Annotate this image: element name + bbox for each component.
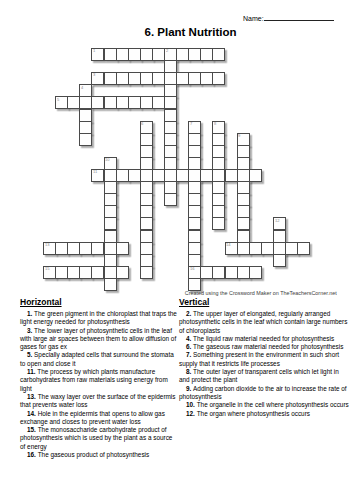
clue-2: 2. The upper layer of elongated, regular… bbox=[179, 310, 351, 335]
cell-number: 11 bbox=[93, 170, 97, 174]
cell-number: 13 bbox=[45, 243, 50, 247]
grid-cell bbox=[297, 242, 310, 255]
grid-cell bbox=[104, 278, 117, 291]
clue-number-label: 5. bbox=[27, 351, 34, 358]
clue-9: 9. Adding carbon dioxide to the air to i… bbox=[179, 385, 351, 402]
cell-number: 14 bbox=[226, 243, 231, 247]
clue-number-label: 16. bbox=[27, 451, 38, 458]
clue-6: 6. The gaseous raw material needed for p… bbox=[179, 343, 351, 351]
clue-number-label: 1. bbox=[27, 310, 34, 317]
clue-16: 16. The gaseous product of photosynthesi… bbox=[20, 451, 177, 459]
grid-cell bbox=[273, 254, 286, 267]
clue-13: 13. The waxy layer over the surface of t… bbox=[20, 393, 177, 410]
clue-number-label: 12. bbox=[186, 410, 197, 417]
clue-number-label: 3. bbox=[27, 327, 34, 334]
name-input-line bbox=[264, 13, 334, 21]
clue-1: 1. The green pigment in the chloroplast … bbox=[20, 310, 177, 327]
vertical-clues-list: 2. The upper layer of elongated, regular… bbox=[179, 310, 351, 418]
worksheet-page: Name: 6. Plant Nutrition 123456789101112… bbox=[0, 0, 353, 500]
grid-cell bbox=[249, 266, 262, 279]
grid-cell bbox=[116, 242, 129, 255]
cell-number: 15 bbox=[45, 267, 50, 271]
cell-number: 16 bbox=[190, 267, 195, 271]
grid-cell bbox=[140, 266, 153, 279]
vertical-heading: Vertical bbox=[179, 297, 351, 307]
cell-number: 12 bbox=[275, 219, 280, 223]
cell-number: 2 bbox=[166, 49, 168, 53]
clue-15: 15. The monosaccharide carbohydrate prod… bbox=[20, 426, 177, 451]
clue-3: 3. The lower layer of photosynthetic cel… bbox=[20, 327, 177, 352]
cell-number: 9 bbox=[238, 134, 240, 138]
clue-5: 5. Specially adapted cells that surround… bbox=[20, 351, 177, 368]
grid-cell bbox=[79, 133, 92, 146]
horizontal-clues-list: 1. The green pigment in the chloroplast … bbox=[20, 310, 177, 459]
clue-number-label: 14. bbox=[27, 410, 38, 417]
grid-cell bbox=[212, 48, 225, 61]
grid-cell bbox=[212, 217, 225, 230]
grid-cell bbox=[212, 72, 225, 85]
clue-number-label: 11. bbox=[27, 368, 37, 375]
vertical-clues: Vertical 2. The upper layer of elongated… bbox=[179, 297, 351, 418]
cell-number: 6 bbox=[141, 122, 143, 126]
attribution-text: Created using the Crossword Maker on The… bbox=[185, 290, 337, 295]
clue-8: 8. The outer layer of transparent cells … bbox=[179, 368, 351, 385]
clue-number-label: 7. bbox=[186, 351, 193, 358]
clue-number-label: 9. bbox=[186, 385, 193, 392]
grid-cell bbox=[164, 193, 177, 206]
horizontal-clues: Horizontal 1. The green pigment in the c… bbox=[20, 297, 177, 459]
clue-7: 7. Something present in the environment … bbox=[179, 351, 351, 368]
name-field: Name: bbox=[243, 13, 338, 22]
clue-14: 14. Hole in the epidermis that opens to … bbox=[20, 410, 177, 427]
page-title: 6. Plant Nutrition bbox=[0, 26, 353, 38]
grid-cell bbox=[116, 266, 129, 279]
cell-number: 1 bbox=[93, 49, 95, 53]
clue-number-label: 15. bbox=[27, 426, 38, 433]
clue-number-label: 10. bbox=[186, 401, 197, 408]
clue-number-label: 6. bbox=[186, 343, 193, 350]
cell-number: 10 bbox=[105, 158, 110, 162]
clue-number-label: 2. bbox=[186, 310, 193, 317]
cell-number: 4 bbox=[81, 86, 83, 90]
crossword-grid: 12345678910111213141516 bbox=[43, 48, 311, 291]
clue-number-label: 4. bbox=[186, 335, 193, 342]
clue-number-label: 8. bbox=[186, 368, 193, 375]
clue-10: 10. The organelle in the cell where phot… bbox=[179, 401, 351, 409]
clue-number-label: 13. bbox=[27, 393, 38, 400]
clue-12: 12. The organ where photosynthesis occur… bbox=[179, 410, 351, 418]
clue-11: 11. The process by which plants manufact… bbox=[20, 368, 177, 393]
horizontal-heading: Horizontal bbox=[20, 297, 177, 307]
name-label: Name: bbox=[243, 15, 264, 22]
grid-cell bbox=[249, 169, 262, 182]
cell-number: 7 bbox=[190, 122, 192, 126]
cell-number: 5 bbox=[57, 98, 59, 102]
cell-number: 8 bbox=[214, 122, 216, 126]
clue-4: 4. The liquid raw material needed for ph… bbox=[179, 335, 351, 343]
cell-number: 3 bbox=[93, 73, 95, 77]
